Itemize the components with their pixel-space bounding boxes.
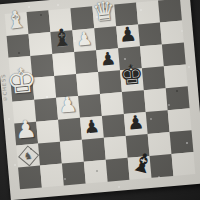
square-b8[interactable] xyxy=(27,10,51,34)
square-g8[interactable] xyxy=(136,1,160,25)
piece-black-king-f5[interactable]: ♚ xyxy=(118,60,144,89)
square-b2[interactable] xyxy=(38,142,62,166)
photo-canvas: ©CHESS ♞♝♛♟♝♟♟♚♚♟♟♟♟♝ xyxy=(0,0,200,200)
square-h3[interactable] xyxy=(168,108,192,132)
square-b4[interactable] xyxy=(34,98,58,122)
photo-noise-dark xyxy=(0,0,2,2)
piece-white-pawn-d7[interactable]: ♟ xyxy=(75,30,93,49)
square-b7[interactable] xyxy=(28,32,52,56)
square-h8[interactable] xyxy=(158,0,182,22)
square-g4[interactable] xyxy=(144,88,168,112)
square-h4[interactable] xyxy=(166,86,190,110)
square-g5[interactable] xyxy=(142,66,166,90)
square-e3[interactable] xyxy=(102,114,126,138)
square-c3[interactable] xyxy=(58,118,82,142)
piece-black-pawn-e6[interactable]: ♟ xyxy=(99,50,117,69)
photo-noise-light xyxy=(0,0,2,2)
square-g3[interactable] xyxy=(146,110,170,134)
square-e1[interactable] xyxy=(106,158,130,182)
square-b1[interactable] xyxy=(40,164,64,188)
square-e4[interactable] xyxy=(100,92,124,116)
square-c1[interactable] xyxy=(62,162,86,186)
square-h2[interactable] xyxy=(170,130,194,154)
square-h5[interactable] xyxy=(164,64,188,88)
square-d2[interactable] xyxy=(82,138,106,162)
square-a7[interactable] xyxy=(7,34,31,58)
piece-white-pawn-a3[interactable]: ♟ xyxy=(14,117,38,143)
piece-black-pawn-f3[interactable]: ♟ xyxy=(126,112,145,132)
square-c2[interactable] xyxy=(60,140,84,164)
square-g7[interactable] xyxy=(138,22,162,46)
square-h6[interactable] xyxy=(162,42,186,66)
square-g6[interactable] xyxy=(140,44,164,68)
chess-board: ©CHESS ♞♝♛♟♝♟♟♚♚♟♟♟♟♝ xyxy=(0,0,200,200)
piece-white-pawn-c4[interactable]: ♟ xyxy=(58,94,79,117)
square-h1[interactable] xyxy=(172,152,196,176)
piece-white-king-a5[interactable]: ♚ xyxy=(5,63,38,100)
square-d1[interactable] xyxy=(84,160,108,184)
square-e2[interactable] xyxy=(104,136,128,160)
piece-black-bishop-c7[interactable]: ♝ xyxy=(50,25,74,51)
piece-black-pawn-d3[interactable]: ♟ xyxy=(83,117,101,136)
square-c6[interactable] xyxy=(52,52,76,76)
square-b3[interactable] xyxy=(36,120,60,144)
piece-white-queen-e8[interactable]: ♛ xyxy=(91,0,116,25)
square-h7[interactable] xyxy=(160,21,184,45)
piece-white-bishop-a8[interactable]: ♝ xyxy=(3,7,28,34)
piece-black-pawn-f7[interactable]: ♟ xyxy=(118,24,138,45)
square-a1[interactable] xyxy=(18,166,42,190)
square-d6[interactable] xyxy=(74,50,98,74)
square-d5[interactable] xyxy=(76,72,100,96)
knight-logo-glyph: ♞ xyxy=(23,150,33,161)
